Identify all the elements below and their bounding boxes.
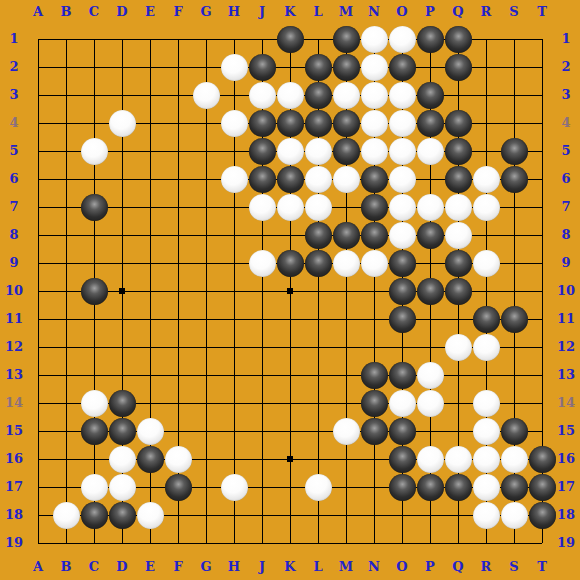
intersection-H13[interactable]	[220, 361, 248, 389]
intersection-F13[interactable]	[164, 361, 192, 389]
intersection-H7[interactable]	[220, 193, 248, 221]
intersection-A13[interactable]	[24, 361, 52, 389]
intersection-P11[interactable]	[416, 305, 444, 333]
intersection-L11[interactable]	[304, 305, 332, 333]
intersection-D8[interactable]	[108, 221, 136, 249]
intersection-F11[interactable]	[164, 305, 192, 333]
intersection-G10[interactable]	[192, 277, 220, 305]
intersection-M3[interactable]	[332, 81, 360, 109]
intersection-H2[interactable]	[220, 53, 248, 81]
go-board[interactable]	[24, 25, 556, 557]
intersection-C6[interactable]	[80, 165, 108, 193]
intersection-D2[interactable]	[108, 53, 136, 81]
intersection-H3[interactable]	[220, 81, 248, 109]
intersection-P4[interactable]	[416, 109, 444, 137]
intersection-K16[interactable]	[276, 445, 304, 473]
intersection-P10[interactable]	[416, 277, 444, 305]
intersection-Q12[interactable]	[444, 333, 472, 361]
intersection-B18[interactable]	[52, 501, 80, 529]
intersection-S12[interactable]	[500, 333, 528, 361]
intersection-F6[interactable]	[164, 165, 192, 193]
intersection-M7[interactable]	[332, 193, 360, 221]
intersection-S6[interactable]	[500, 165, 528, 193]
intersection-J11[interactable]	[248, 305, 276, 333]
intersection-N14[interactable]	[360, 389, 388, 417]
intersection-Q18[interactable]	[444, 501, 472, 529]
intersection-E6[interactable]	[136, 165, 164, 193]
intersection-M19[interactable]	[332, 529, 360, 557]
intersection-L15[interactable]	[304, 417, 332, 445]
intersection-B8[interactable]	[52, 221, 80, 249]
intersection-Q6[interactable]	[444, 165, 472, 193]
intersection-F2[interactable]	[164, 53, 192, 81]
intersection-O3[interactable]	[388, 81, 416, 109]
intersection-Q3[interactable]	[444, 81, 472, 109]
intersection-L16[interactable]	[304, 445, 332, 473]
intersection-T13[interactable]	[528, 361, 556, 389]
intersection-O6[interactable]	[388, 165, 416, 193]
intersection-D6[interactable]	[108, 165, 136, 193]
intersection-F1[interactable]	[164, 25, 192, 53]
intersection-L12[interactable]	[304, 333, 332, 361]
intersection-F17[interactable]	[164, 473, 192, 501]
intersection-C10[interactable]	[80, 277, 108, 305]
intersection-P15[interactable]	[416, 417, 444, 445]
intersection-C17[interactable]	[80, 473, 108, 501]
intersection-O16[interactable]	[388, 445, 416, 473]
intersection-O8[interactable]	[388, 221, 416, 249]
intersection-B3[interactable]	[52, 81, 80, 109]
intersection-P12[interactable]	[416, 333, 444, 361]
intersection-F7[interactable]	[164, 193, 192, 221]
intersection-P7[interactable]	[416, 193, 444, 221]
intersection-R12[interactable]	[472, 333, 500, 361]
intersection-E5[interactable]	[136, 137, 164, 165]
intersection-A12[interactable]	[24, 333, 52, 361]
intersection-Q8[interactable]	[444, 221, 472, 249]
intersection-N19[interactable]	[360, 529, 388, 557]
intersection-O18[interactable]	[388, 501, 416, 529]
intersection-N1[interactable]	[360, 25, 388, 53]
intersection-G14[interactable]	[192, 389, 220, 417]
intersection-P9[interactable]	[416, 249, 444, 277]
intersection-B16[interactable]	[52, 445, 80, 473]
intersection-D17[interactable]	[108, 473, 136, 501]
intersection-E17[interactable]	[136, 473, 164, 501]
intersection-E4[interactable]	[136, 109, 164, 137]
intersection-K6[interactable]	[276, 165, 304, 193]
intersection-L2[interactable]	[304, 53, 332, 81]
intersection-C16[interactable]	[80, 445, 108, 473]
intersection-F3[interactable]	[164, 81, 192, 109]
intersection-E10[interactable]	[136, 277, 164, 305]
intersection-F19[interactable]	[164, 529, 192, 557]
intersection-O4[interactable]	[388, 109, 416, 137]
intersection-S11[interactable]	[500, 305, 528, 333]
intersection-C3[interactable]	[80, 81, 108, 109]
intersection-A3[interactable]	[24, 81, 52, 109]
intersection-Q9[interactable]	[444, 249, 472, 277]
intersection-H15[interactable]	[220, 417, 248, 445]
intersection-J7[interactable]	[248, 193, 276, 221]
intersection-B10[interactable]	[52, 277, 80, 305]
intersection-R14[interactable]	[472, 389, 500, 417]
intersection-Q5[interactable]	[444, 137, 472, 165]
intersection-J19[interactable]	[248, 529, 276, 557]
intersection-J6[interactable]	[248, 165, 276, 193]
intersection-K7[interactable]	[276, 193, 304, 221]
intersection-A10[interactable]	[24, 277, 52, 305]
intersection-J5[interactable]	[248, 137, 276, 165]
intersection-G7[interactable]	[192, 193, 220, 221]
intersection-Q16[interactable]	[444, 445, 472, 473]
intersection-O10[interactable]	[388, 277, 416, 305]
intersection-C14[interactable]	[80, 389, 108, 417]
intersection-S17[interactable]	[500, 473, 528, 501]
intersection-J10[interactable]	[248, 277, 276, 305]
intersection-G3[interactable]	[192, 81, 220, 109]
intersection-Q10[interactable]	[444, 277, 472, 305]
intersection-K18[interactable]	[276, 501, 304, 529]
intersection-E19[interactable]	[136, 529, 164, 557]
intersection-K5[interactable]	[276, 137, 304, 165]
intersection-M12[interactable]	[332, 333, 360, 361]
intersection-T15[interactable]	[528, 417, 556, 445]
intersection-N11[interactable]	[360, 305, 388, 333]
intersection-S3[interactable]	[500, 81, 528, 109]
intersection-L9[interactable]	[304, 249, 332, 277]
intersection-H19[interactable]	[220, 529, 248, 557]
intersection-D14[interactable]	[108, 389, 136, 417]
intersection-L5[interactable]	[304, 137, 332, 165]
intersection-P17[interactable]	[416, 473, 444, 501]
intersection-F14[interactable]	[164, 389, 192, 417]
intersection-R7[interactable]	[472, 193, 500, 221]
intersection-P1[interactable]	[416, 25, 444, 53]
intersection-A6[interactable]	[24, 165, 52, 193]
intersection-S1[interactable]	[500, 25, 528, 53]
intersection-A8[interactable]	[24, 221, 52, 249]
intersection-N4[interactable]	[360, 109, 388, 137]
intersection-M8[interactable]	[332, 221, 360, 249]
intersection-L13[interactable]	[304, 361, 332, 389]
intersection-R16[interactable]	[472, 445, 500, 473]
intersection-G1[interactable]	[192, 25, 220, 53]
intersection-G12[interactable]	[192, 333, 220, 361]
intersection-N12[interactable]	[360, 333, 388, 361]
intersection-H4[interactable]	[220, 109, 248, 137]
intersection-T5[interactable]	[528, 137, 556, 165]
intersection-B14[interactable]	[52, 389, 80, 417]
intersection-P16[interactable]	[416, 445, 444, 473]
intersection-R13[interactable]	[472, 361, 500, 389]
intersection-G2[interactable]	[192, 53, 220, 81]
intersection-A17[interactable]	[24, 473, 52, 501]
intersection-E12[interactable]	[136, 333, 164, 361]
intersection-H17[interactable]	[220, 473, 248, 501]
intersection-T1[interactable]	[528, 25, 556, 53]
intersection-H8[interactable]	[220, 221, 248, 249]
intersection-T4[interactable]	[528, 109, 556, 137]
intersection-S14[interactable]	[500, 389, 528, 417]
intersection-G6[interactable]	[192, 165, 220, 193]
intersection-A11[interactable]	[24, 305, 52, 333]
intersection-F15[interactable]	[164, 417, 192, 445]
intersection-R3[interactable]	[472, 81, 500, 109]
intersection-S10[interactable]	[500, 277, 528, 305]
intersection-N3[interactable]	[360, 81, 388, 109]
intersection-L10[interactable]	[304, 277, 332, 305]
intersection-D4[interactable]	[108, 109, 136, 137]
intersection-K19[interactable]	[276, 529, 304, 557]
intersection-F18[interactable]	[164, 501, 192, 529]
intersection-T9[interactable]	[528, 249, 556, 277]
intersection-G13[interactable]	[192, 361, 220, 389]
intersection-A5[interactable]	[24, 137, 52, 165]
intersection-M10[interactable]	[332, 277, 360, 305]
intersection-N7[interactable]	[360, 193, 388, 221]
intersection-H10[interactable]	[220, 277, 248, 305]
intersection-N10[interactable]	[360, 277, 388, 305]
intersection-Q7[interactable]	[444, 193, 472, 221]
intersection-P19[interactable]	[416, 529, 444, 557]
intersection-P6[interactable]	[416, 165, 444, 193]
intersection-A7[interactable]	[24, 193, 52, 221]
intersection-J3[interactable]	[248, 81, 276, 109]
intersection-O5[interactable]	[388, 137, 416, 165]
intersection-T8[interactable]	[528, 221, 556, 249]
intersection-P3[interactable]	[416, 81, 444, 109]
intersection-H9[interactable]	[220, 249, 248, 277]
intersection-T10[interactable]	[528, 277, 556, 305]
intersection-M14[interactable]	[332, 389, 360, 417]
intersection-J9[interactable]	[248, 249, 276, 277]
intersection-S5[interactable]	[500, 137, 528, 165]
intersection-S19[interactable]	[500, 529, 528, 557]
intersection-H11[interactable]	[220, 305, 248, 333]
intersection-Q14[interactable]	[444, 389, 472, 417]
intersection-D13[interactable]	[108, 361, 136, 389]
intersection-C9[interactable]	[80, 249, 108, 277]
intersection-R6[interactable]	[472, 165, 500, 193]
intersection-T14[interactable]	[528, 389, 556, 417]
intersection-C13[interactable]	[80, 361, 108, 389]
intersection-E18[interactable]	[136, 501, 164, 529]
intersection-R5[interactable]	[472, 137, 500, 165]
intersection-R1[interactable]	[472, 25, 500, 53]
intersection-N8[interactable]	[360, 221, 388, 249]
intersection-D15[interactable]	[108, 417, 136, 445]
intersection-O19[interactable]	[388, 529, 416, 557]
intersection-K17[interactable]	[276, 473, 304, 501]
intersection-M5[interactable]	[332, 137, 360, 165]
intersection-Q15[interactable]	[444, 417, 472, 445]
intersection-Q4[interactable]	[444, 109, 472, 137]
intersection-C19[interactable]	[80, 529, 108, 557]
intersection-R8[interactable]	[472, 221, 500, 249]
intersection-K2[interactable]	[276, 53, 304, 81]
intersection-C7[interactable]	[80, 193, 108, 221]
intersection-E3[interactable]	[136, 81, 164, 109]
intersection-O12[interactable]	[388, 333, 416, 361]
intersection-H5[interactable]	[220, 137, 248, 165]
intersection-L18[interactable]	[304, 501, 332, 529]
intersection-M2[interactable]	[332, 53, 360, 81]
intersection-L19[interactable]	[304, 529, 332, 557]
intersection-P14[interactable]	[416, 389, 444, 417]
intersection-K8[interactable]	[276, 221, 304, 249]
intersection-B15[interactable]	[52, 417, 80, 445]
intersection-T16[interactable]	[528, 445, 556, 473]
intersection-A4[interactable]	[24, 109, 52, 137]
intersection-B5[interactable]	[52, 137, 80, 165]
intersection-T17[interactable]	[528, 473, 556, 501]
intersection-D9[interactable]	[108, 249, 136, 277]
intersection-M9[interactable]	[332, 249, 360, 277]
intersection-E2[interactable]	[136, 53, 164, 81]
intersection-C4[interactable]	[80, 109, 108, 137]
intersection-R9[interactable]	[472, 249, 500, 277]
intersection-L7[interactable]	[304, 193, 332, 221]
intersection-S7[interactable]	[500, 193, 528, 221]
intersection-T3[interactable]	[528, 81, 556, 109]
intersection-C18[interactable]	[80, 501, 108, 529]
intersection-K12[interactable]	[276, 333, 304, 361]
intersection-R4[interactable]	[472, 109, 500, 137]
intersection-A9[interactable]	[24, 249, 52, 277]
intersection-R11[interactable]	[472, 305, 500, 333]
intersection-N15[interactable]	[360, 417, 388, 445]
intersection-P18[interactable]	[416, 501, 444, 529]
intersection-J8[interactable]	[248, 221, 276, 249]
intersection-L14[interactable]	[304, 389, 332, 417]
intersection-S16[interactable]	[500, 445, 528, 473]
intersection-H1[interactable]	[220, 25, 248, 53]
intersection-A19[interactable]	[24, 529, 52, 557]
intersection-C11[interactable]	[80, 305, 108, 333]
intersection-A15[interactable]	[24, 417, 52, 445]
intersection-B2[interactable]	[52, 53, 80, 81]
intersection-G11[interactable]	[192, 305, 220, 333]
intersection-P2[interactable]	[416, 53, 444, 81]
intersection-R2[interactable]	[472, 53, 500, 81]
intersection-N18[interactable]	[360, 501, 388, 529]
intersection-J1[interactable]	[248, 25, 276, 53]
intersection-G18[interactable]	[192, 501, 220, 529]
intersection-B12[interactable]	[52, 333, 80, 361]
intersection-O2[interactable]	[388, 53, 416, 81]
intersection-E11[interactable]	[136, 305, 164, 333]
intersection-S13[interactable]	[500, 361, 528, 389]
intersection-B9[interactable]	[52, 249, 80, 277]
intersection-A16[interactable]	[24, 445, 52, 473]
intersection-C1[interactable]	[80, 25, 108, 53]
intersection-G17[interactable]	[192, 473, 220, 501]
intersection-J15[interactable]	[248, 417, 276, 445]
intersection-C12[interactable]	[80, 333, 108, 361]
intersection-D19[interactable]	[108, 529, 136, 557]
intersection-G9[interactable]	[192, 249, 220, 277]
intersection-H14[interactable]	[220, 389, 248, 417]
intersection-D5[interactable]	[108, 137, 136, 165]
intersection-E1[interactable]	[136, 25, 164, 53]
intersection-O17[interactable]	[388, 473, 416, 501]
intersection-M18[interactable]	[332, 501, 360, 529]
intersection-B13[interactable]	[52, 361, 80, 389]
intersection-C8[interactable]	[80, 221, 108, 249]
intersection-Q11[interactable]	[444, 305, 472, 333]
intersection-F12[interactable]	[164, 333, 192, 361]
intersection-L17[interactable]	[304, 473, 332, 501]
intersection-L4[interactable]	[304, 109, 332, 137]
intersection-T18[interactable]	[528, 501, 556, 529]
intersection-E9[interactable]	[136, 249, 164, 277]
intersection-E7[interactable]	[136, 193, 164, 221]
intersection-O7[interactable]	[388, 193, 416, 221]
intersection-F16[interactable]	[164, 445, 192, 473]
intersection-R15[interactable]	[472, 417, 500, 445]
intersection-F8[interactable]	[164, 221, 192, 249]
intersection-C2[interactable]	[80, 53, 108, 81]
intersection-R19[interactable]	[472, 529, 500, 557]
intersection-N16[interactable]	[360, 445, 388, 473]
intersection-A2[interactable]	[24, 53, 52, 81]
intersection-A18[interactable]	[24, 501, 52, 529]
intersection-G4[interactable]	[192, 109, 220, 137]
intersection-T11[interactable]	[528, 305, 556, 333]
intersection-E8[interactable]	[136, 221, 164, 249]
intersection-K13[interactable]	[276, 361, 304, 389]
intersection-K3[interactable]	[276, 81, 304, 109]
intersection-P13[interactable]	[416, 361, 444, 389]
intersection-Q1[interactable]	[444, 25, 472, 53]
intersection-G8[interactable]	[192, 221, 220, 249]
intersection-T6[interactable]	[528, 165, 556, 193]
intersection-E16[interactable]	[136, 445, 164, 473]
intersection-B19[interactable]	[52, 529, 80, 557]
intersection-M15[interactable]	[332, 417, 360, 445]
intersection-N17[interactable]	[360, 473, 388, 501]
intersection-L1[interactable]	[304, 25, 332, 53]
intersection-C15[interactable]	[80, 417, 108, 445]
intersection-B7[interactable]	[52, 193, 80, 221]
intersection-G15[interactable]	[192, 417, 220, 445]
intersection-O14[interactable]	[388, 389, 416, 417]
intersection-S9[interactable]	[500, 249, 528, 277]
intersection-G5[interactable]	[192, 137, 220, 165]
intersection-S18[interactable]	[500, 501, 528, 529]
intersection-H6[interactable]	[220, 165, 248, 193]
intersection-O1[interactable]	[388, 25, 416, 53]
intersection-B6[interactable]	[52, 165, 80, 193]
intersection-Q19[interactable]	[444, 529, 472, 557]
intersection-D10[interactable]	[108, 277, 136, 305]
intersection-R10[interactable]	[472, 277, 500, 305]
intersection-M17[interactable]	[332, 473, 360, 501]
intersection-L6[interactable]	[304, 165, 332, 193]
intersection-J4[interactable]	[248, 109, 276, 137]
intersection-T12[interactable]	[528, 333, 556, 361]
intersection-S4[interactable]	[500, 109, 528, 137]
intersection-H16[interactable]	[220, 445, 248, 473]
intersection-O11[interactable]	[388, 305, 416, 333]
intersection-B1[interactable]	[52, 25, 80, 53]
intersection-M16[interactable]	[332, 445, 360, 473]
intersection-J18[interactable]	[248, 501, 276, 529]
intersection-H12[interactable]	[220, 333, 248, 361]
intersection-F5[interactable]	[164, 137, 192, 165]
intersection-M13[interactable]	[332, 361, 360, 389]
